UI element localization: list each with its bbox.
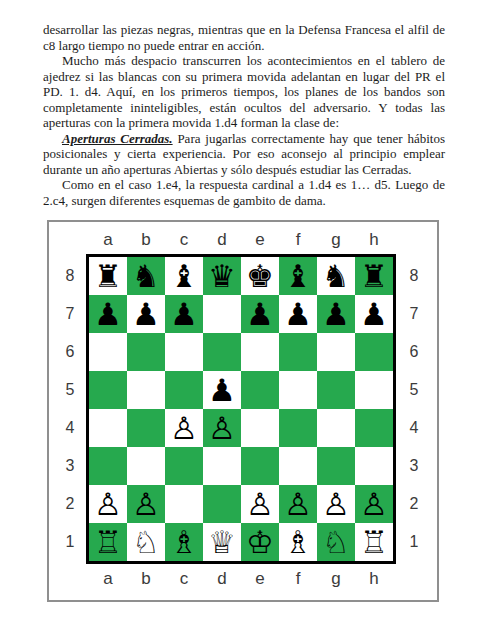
- rank-label-3: 3: [410, 457, 419, 475]
- black-pawn: ♟: [246, 295, 274, 333]
- white-knight: ♘: [132, 523, 160, 561]
- square-d4: ♙: [203, 409, 241, 447]
- square-g1: ♘: [317, 523, 355, 561]
- white-king: ♔: [246, 523, 274, 561]
- rank-label-1: 1: [66, 533, 75, 551]
- white-pawn: ♙: [208, 409, 236, 447]
- square-a2: ♙: [89, 485, 127, 523]
- square-d3: [203, 447, 241, 485]
- chess-diagram: abcdefgh 87654321 ♜♞♝♛♚♝♞♜♟♟♟♟♟♟♟♟♙♙♙♙♙♙…: [54, 226, 432, 594]
- square-b8: ♞: [127, 257, 165, 295]
- square-c5: [165, 371, 203, 409]
- rank-label-6: 6: [410, 343, 419, 361]
- square-d2: [203, 485, 241, 523]
- square-g6: [317, 333, 355, 371]
- square-b5: [127, 371, 165, 409]
- page-text: desarrollar las piezas negras, mientras …: [43, 22, 445, 208]
- file-label-f: f: [296, 569, 301, 589]
- white-pawn: ♙: [246, 485, 274, 523]
- black-bishop: ♝: [284, 257, 312, 295]
- square-d7: [203, 295, 241, 333]
- square-c6: [165, 333, 203, 371]
- rank-label-7: 7: [66, 305, 75, 323]
- square-h8: ♜: [355, 257, 393, 295]
- file-label-f: f: [296, 230, 301, 250]
- paragraph-4: Como en el caso 1.e4, la respuesta cardi…: [43, 177, 445, 208]
- square-g5: [317, 371, 355, 409]
- square-c1: ♗: [165, 523, 203, 561]
- square-b7: ♟: [127, 295, 165, 333]
- white-pawn: ♙: [132, 485, 160, 523]
- file-label-e: e: [255, 569, 264, 589]
- square-f7: ♟: [279, 295, 317, 333]
- square-a1: ♖: [89, 523, 127, 561]
- square-f4: [279, 409, 317, 447]
- rank-label-4: 4: [66, 419, 75, 437]
- file-label-a: a: [103, 569, 112, 589]
- black-pawn: ♟: [94, 295, 122, 333]
- rank-label-2: 2: [66, 495, 75, 513]
- black-pawn: ♟: [208, 371, 236, 409]
- square-b2: ♙: [127, 485, 165, 523]
- rank-label-8: 8: [66, 267, 75, 285]
- square-a4: [89, 409, 127, 447]
- square-f3: [279, 447, 317, 485]
- square-d8: ♛: [203, 257, 241, 295]
- square-c7: ♟: [165, 295, 203, 333]
- rank-label-5: 5: [410, 381, 419, 399]
- white-rook: ♖: [360, 523, 388, 561]
- white-bishop: ♗: [170, 523, 198, 561]
- black-rook: ♜: [360, 257, 388, 295]
- black-pawn: ♟: [360, 295, 388, 333]
- square-b3: [127, 447, 165, 485]
- black-pawn: ♟: [284, 295, 312, 333]
- paragraph-1: desarrollar las piezas negras, mientras …: [43, 22, 445, 53]
- rank-labels-left: 87654321: [54, 254, 86, 564]
- square-h7: ♟: [355, 295, 393, 333]
- square-g8: ♞: [317, 257, 355, 295]
- square-c8: ♝: [165, 257, 203, 295]
- square-a3: [89, 447, 127, 485]
- white-pawn: ♙: [94, 485, 122, 523]
- chess-board: ♜♞♝♛♚♝♞♜♟♟♟♟♟♟♟♟♙♙♙♙♙♙♙♙♖♘♗♕♔♗♘♖: [86, 254, 396, 564]
- square-h5: [355, 371, 393, 409]
- file-label-d: d: [217, 230, 226, 250]
- square-b1: ♘: [127, 523, 165, 561]
- square-c3: [165, 447, 203, 485]
- white-queen: ♕: [208, 523, 236, 561]
- square-c4: ♙: [165, 409, 203, 447]
- file-label-c: c: [180, 230, 189, 250]
- square-a7: ♟: [89, 295, 127, 333]
- black-king: ♚: [246, 257, 274, 295]
- rank-label-6: 6: [66, 343, 75, 361]
- black-pawn: ♟: [132, 295, 160, 333]
- white-pawn: ♙: [360, 485, 388, 523]
- file-labels-top: abcdefgh: [86, 226, 396, 254]
- file-label-h: h: [369, 569, 378, 589]
- rank-label-5: 5: [66, 381, 75, 399]
- square-f1: ♗: [279, 523, 317, 561]
- square-h2: ♙: [355, 485, 393, 523]
- black-knight: ♞: [322, 257, 350, 295]
- rank-label-4: 4: [410, 419, 419, 437]
- white-rook: ♖: [94, 523, 122, 561]
- file-label-g: g: [331, 230, 340, 250]
- square-d5: ♟: [203, 371, 241, 409]
- closed-openings-heading: Aperturas Cerradas.: [62, 131, 173, 146]
- square-a6: [89, 333, 127, 371]
- rank-label-8: 8: [410, 267, 419, 285]
- chess-diagram-frame: abcdefgh 87654321 ♜♞♝♛♚♝♞♜♟♟♟♟♟♟♟♟♙♙♙♙♙♙…: [47, 220, 439, 602]
- square-g2: ♙: [317, 485, 355, 523]
- square-h1: ♖: [355, 523, 393, 561]
- rank-label-3: 3: [66, 457, 75, 475]
- rank-label-1: 1: [410, 533, 419, 551]
- square-g3: [317, 447, 355, 485]
- square-a8: ♜: [89, 257, 127, 295]
- square-e2: ♙: [241, 485, 279, 523]
- square-b6: [127, 333, 165, 371]
- square-g7: ♟: [317, 295, 355, 333]
- square-f8: ♝: [279, 257, 317, 295]
- square-h6: [355, 333, 393, 371]
- square-b4: [127, 409, 165, 447]
- paragraph-2: Mucho más despacio transcurren los acont…: [43, 53, 445, 131]
- square-e4: [241, 409, 279, 447]
- file-label-g: g: [331, 569, 340, 589]
- black-queen: ♛: [208, 257, 236, 295]
- file-label-e: e: [255, 230, 264, 250]
- square-h3: [355, 447, 393, 485]
- rank-labels-right: 87654321: [396, 254, 432, 564]
- square-c2: [165, 485, 203, 523]
- black-rook: ♜: [94, 257, 122, 295]
- square-h4: [355, 409, 393, 447]
- square-e3: [241, 447, 279, 485]
- file-label-b: b: [141, 230, 150, 250]
- square-e6: [241, 333, 279, 371]
- file-label-c: c: [180, 569, 189, 589]
- file-label-h: h: [369, 230, 378, 250]
- rank-label-7: 7: [410, 305, 419, 323]
- square-e1: ♔: [241, 523, 279, 561]
- black-pawn: ♟: [170, 295, 198, 333]
- square-e7: ♟: [241, 295, 279, 333]
- square-f5: [279, 371, 317, 409]
- square-g4: [317, 409, 355, 447]
- white-bishop: ♗: [284, 523, 312, 561]
- white-pawn: ♙: [284, 485, 312, 523]
- black-pawn: ♟: [322, 295, 350, 333]
- square-d6: [203, 333, 241, 371]
- white-knight: ♘: [322, 523, 350, 561]
- file-label-d: d: [217, 569, 226, 589]
- rank-label-2: 2: [410, 495, 419, 513]
- file-label-a: a: [103, 230, 112, 250]
- white-pawn: ♙: [170, 409, 198, 447]
- book-page: desarrollar las piezas negras, mientras …: [0, 0, 487, 602]
- square-f2: ♙: [279, 485, 317, 523]
- file-label-b: b: [141, 569, 150, 589]
- square-e5: [241, 371, 279, 409]
- white-pawn: ♙: [322, 485, 350, 523]
- square-a5: [89, 371, 127, 409]
- file-labels-bottom: abcdefgh: [86, 564, 396, 594]
- square-d1: ♕: [203, 523, 241, 561]
- square-f6: [279, 333, 317, 371]
- black-knight: ♞: [132, 257, 160, 295]
- black-bishop: ♝: [170, 257, 198, 295]
- paragraph-3: Aperturas Cerradas. Para jugarlas correc…: [43, 131, 445, 178]
- square-e8: ♚: [241, 257, 279, 295]
